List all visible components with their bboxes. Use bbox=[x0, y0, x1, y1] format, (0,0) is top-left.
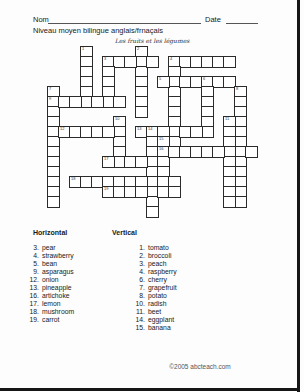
clue-item: 17.lemon bbox=[24, 300, 74, 308]
clue-item: 1.tomato bbox=[130, 244, 177, 252]
clue-word: artichoke bbox=[42, 292, 70, 299]
clue-word: peach bbox=[148, 260, 167, 267]
cell-number: 19 bbox=[104, 187, 108, 191]
clue-number: 8. bbox=[130, 292, 148, 299]
clue-number: 13. bbox=[24, 284, 42, 291]
scan-edge-right bbox=[297, 0, 300, 392]
clue-number: 9. bbox=[24, 268, 42, 275]
cell-number: 10 bbox=[115, 117, 119, 121]
clue-item: 10.radish bbox=[130, 300, 177, 308]
cell-number: 8 bbox=[236, 87, 238, 91]
grid-cell[interactable] bbox=[168, 186, 181, 198]
level-subtitle: Niveau moyen bilingue anglais/frnaçais bbox=[33, 26, 163, 35]
clue-item: 2.broccoli bbox=[130, 252, 177, 260]
clue-word: mushroom bbox=[42, 308, 74, 315]
cell-number: 9 bbox=[49, 97, 51, 101]
grid-cell[interactable] bbox=[223, 196, 236, 208]
clue-number: 19. bbox=[24, 316, 42, 323]
puzzle-title: Les fruits et les légumes bbox=[0, 37, 304, 44]
clue-number: 14. bbox=[130, 316, 148, 323]
clue-word: eggplant bbox=[148, 316, 174, 323]
cell-number: 2 bbox=[137, 47, 139, 51]
clue-item: 8.potato bbox=[130, 292, 177, 300]
grid-cell[interactable] bbox=[91, 96, 104, 108]
grid-cell[interactable] bbox=[135, 106, 148, 118]
cell-number: 14 bbox=[148, 127, 152, 131]
grid-cell[interactable] bbox=[212, 146, 225, 158]
grid-cell[interactable] bbox=[135, 156, 148, 168]
cell-number: 1 bbox=[82, 47, 84, 51]
cell-number: 12 bbox=[60, 127, 64, 131]
grid-cell[interactable] bbox=[47, 196, 60, 208]
grid-cell[interactable] bbox=[135, 186, 148, 198]
date-label: Date bbox=[205, 15, 221, 24]
scan-edge-bottom bbox=[0, 388, 300, 391]
clue-item: 6.cherry bbox=[130, 276, 177, 284]
grid-cell[interactable] bbox=[146, 206, 159, 218]
cell-number: 6 bbox=[203, 77, 205, 81]
clue-number: 7. bbox=[130, 284, 148, 291]
clue-word: grapefruit bbox=[148, 284, 177, 291]
clue-number: 18. bbox=[24, 308, 42, 315]
clue-number: 16. bbox=[24, 292, 42, 299]
clue-word: beet bbox=[148, 308, 161, 315]
clue-word: broccoli bbox=[148, 252, 171, 259]
copyright-footer: ©2005 abcteach.com bbox=[100, 363, 300, 370]
cell-number: 3 bbox=[104, 57, 106, 61]
grid-cell[interactable] bbox=[245, 146, 258, 158]
cell-number: 5 bbox=[159, 77, 161, 81]
grid-cell[interactable] bbox=[146, 56, 159, 68]
cell-number: 11 bbox=[225, 117, 229, 121]
grid-cell[interactable] bbox=[124, 56, 137, 68]
clue-item: 13.pineapple bbox=[24, 284, 74, 292]
clue-word: carrot bbox=[42, 316, 59, 323]
name-label: Nom bbox=[33, 15, 49, 24]
clue-word: radish bbox=[148, 300, 167, 307]
clue-item: 7.grapefruit bbox=[130, 284, 177, 292]
clue-number: 1. bbox=[130, 244, 148, 251]
clue-item: 14.eggplant bbox=[130, 316, 177, 324]
clue-number: 10. bbox=[130, 300, 148, 307]
grid-cell[interactable]: 5 bbox=[157, 76, 170, 88]
grid-cell[interactable] bbox=[69, 96, 82, 108]
date-blank-line bbox=[226, 22, 258, 24]
clue-number: 5. bbox=[24, 260, 42, 267]
clue-number: 12. bbox=[24, 276, 42, 283]
clue-item: 15.banana bbox=[130, 324, 177, 332]
cell-number: 13 bbox=[137, 127, 141, 131]
grid-cell[interactable] bbox=[102, 126, 115, 138]
clue-word: raspberry bbox=[148, 268, 177, 275]
clue-item: 4.raspberry bbox=[130, 268, 177, 276]
clue-item: 12.onion bbox=[24, 276, 74, 284]
name-blank-line bbox=[48, 22, 201, 24]
clue-item: 16.artichoke bbox=[24, 292, 74, 300]
clue-word: cherry bbox=[148, 276, 167, 283]
clue-number: 2. bbox=[130, 252, 148, 259]
grid-cell[interactable] bbox=[190, 126, 203, 138]
cell-number: 16 bbox=[159, 147, 163, 151]
clue-word: pear bbox=[42, 244, 56, 251]
clue-item: 11.beet bbox=[130, 308, 177, 316]
clue-item: 3.peach bbox=[130, 260, 177, 268]
clue-word: strawberry bbox=[42, 252, 74, 259]
clue-item: 4.strawberry bbox=[24, 252, 74, 260]
clue-number: 17. bbox=[24, 300, 42, 307]
grid-cell[interactable]: 17 bbox=[102, 156, 115, 168]
grid-cell[interactable] bbox=[113, 96, 126, 108]
clue-number: 11. bbox=[130, 308, 148, 315]
horizontal-clues-header: Horizontal bbox=[33, 229, 67, 236]
grid-cell[interactable] bbox=[223, 56, 236, 68]
clue-word: pineapple bbox=[42, 284, 71, 291]
clue-item: 3.pear bbox=[24, 244, 74, 252]
clue-word: banana bbox=[148, 324, 171, 331]
clue-item: 9.asparagus bbox=[24, 268, 74, 276]
horizontal-clue-list: 3.pear4.strawberry5.bean9.asparagus12.on… bbox=[24, 244, 74, 324]
cell-number: 17 bbox=[104, 157, 108, 161]
clue-number: 3. bbox=[24, 244, 42, 251]
clue-item: 18.mushroom bbox=[24, 308, 74, 316]
clue-word: lemon bbox=[42, 300, 61, 307]
clue-word: bean bbox=[42, 260, 57, 267]
clue-number: 4. bbox=[130, 268, 148, 275]
clue-word: potato bbox=[148, 292, 167, 299]
clue-number: 4. bbox=[24, 252, 42, 259]
cell-number: 7 bbox=[49, 87, 51, 91]
vertical-clue-list: 1.tomato2.broccoli3.peach4.raspberry6.ch… bbox=[130, 244, 177, 333]
cell-number: 15 bbox=[159, 137, 163, 141]
clue-number: 3. bbox=[130, 260, 148, 267]
cell-number: 4 bbox=[170, 57, 172, 61]
clue-item: 19.carrot bbox=[24, 316, 74, 324]
clue-word: tomato bbox=[148, 244, 169, 251]
clue-number: 6. bbox=[130, 276, 148, 283]
clue-number: 15. bbox=[130, 324, 148, 331]
cell-number: 18 bbox=[71, 177, 75, 181]
clue-word: asparagus bbox=[42, 268, 74, 275]
vertical-clues-header: Vertical bbox=[112, 229, 137, 236]
clue-word: onion bbox=[42, 276, 59, 283]
clue-item: 5.bean bbox=[24, 260, 74, 268]
